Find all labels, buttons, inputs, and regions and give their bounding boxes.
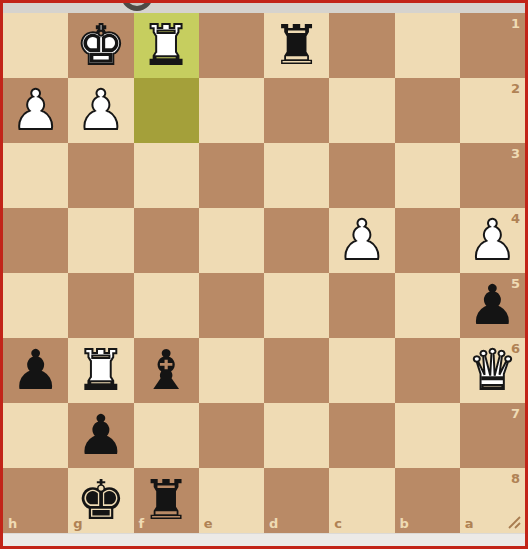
rank-label-3: 3 (511, 147, 520, 160)
file-label-b: b (400, 517, 409, 530)
square-d8[interactable]: d (264, 468, 329, 533)
resize-handle-icon[interactable] (506, 514, 522, 530)
page-top-strip (3, 3, 525, 13)
black-pawn[interactable]: ♟ (11, 343, 60, 398)
square-h5[interactable] (3, 273, 68, 338)
square-e4[interactable] (199, 208, 264, 273)
square-b4[interactable] (395, 208, 460, 273)
square-c4[interactable]: ♟ (329, 208, 394, 273)
square-c5[interactable] (329, 273, 394, 338)
black-bishop[interactable]: ♝ (141, 343, 190, 398)
square-c2[interactable] (329, 78, 394, 143)
black-king[interactable]: ♚ (76, 473, 125, 528)
square-e7[interactable] (199, 403, 264, 468)
square-c1[interactable] (329, 13, 394, 78)
black-rook[interactable]: ♜ (272, 18, 321, 73)
square-h6[interactable]: ♟ (3, 338, 68, 403)
square-a1[interactable]: 1 (460, 13, 525, 78)
square-f5[interactable] (134, 273, 199, 338)
white-rook[interactable]: ♜ (76, 343, 125, 398)
square-h4[interactable] (3, 208, 68, 273)
square-f8[interactable]: ♜f (134, 468, 199, 533)
square-g4[interactable] (68, 208, 133, 273)
rank-label-4: 4 (511, 212, 520, 225)
white-pawn[interactable]: ♟ (11, 83, 60, 138)
square-h2[interactable]: ♟ (3, 78, 68, 143)
file-label-e: e (204, 517, 213, 530)
square-e1[interactable] (199, 13, 264, 78)
square-g3[interactable] (68, 143, 133, 208)
square-b6[interactable] (395, 338, 460, 403)
square-d5[interactable] (264, 273, 329, 338)
rank-label-6: 6 (511, 342, 520, 355)
square-b3[interactable] (395, 143, 460, 208)
square-h1[interactable] (3, 13, 68, 78)
rank-label-8: 8 (511, 472, 520, 485)
square-h3[interactable] (3, 143, 68, 208)
square-g7[interactable]: ♟ (68, 403, 133, 468)
square-e2[interactable] (199, 78, 264, 143)
square-a6[interactable]: ♛6 (460, 338, 525, 403)
square-c3[interactable] (329, 143, 394, 208)
square-b7[interactable] (395, 403, 460, 468)
square-a4[interactable]: ♟4 (460, 208, 525, 273)
square-a7[interactable]: 7 (460, 403, 525, 468)
square-h7[interactable] (3, 403, 68, 468)
square-f1[interactable]: ♜ (134, 13, 199, 78)
square-g8[interactable]: ♚g (68, 468, 133, 533)
square-h8[interactable]: h (3, 468, 68, 533)
square-b8[interactable]: b (395, 468, 460, 533)
file-label-c: c (334, 517, 342, 530)
square-e3[interactable] (199, 143, 264, 208)
square-c6[interactable] (329, 338, 394, 403)
square-d1[interactable]: ♜ (264, 13, 329, 78)
square-f4[interactable] (134, 208, 199, 273)
black-pawn[interactable]: ♟ (468, 278, 517, 333)
white-pawn[interactable]: ♟ (337, 213, 386, 268)
white-pawn[interactable]: ♟ (468, 213, 517, 268)
white-queen[interactable]: ♛ (468, 343, 517, 398)
file-label-g: g (73, 517, 82, 530)
file-label-a: a (465, 517, 474, 530)
square-a5[interactable]: ♟5 (460, 273, 525, 338)
square-g5[interactable] (68, 273, 133, 338)
square-e6[interactable] (199, 338, 264, 403)
square-d6[interactable] (264, 338, 329, 403)
rank-label-2: 2 (511, 82, 520, 95)
white-pawn[interactable]: ♟ (76, 83, 125, 138)
black-rook[interactable]: ♜ (141, 473, 190, 528)
square-b2[interactable] (395, 78, 460, 143)
annotation-rectangle: ♚♜♜1♟♟23♟♟4♟5♟♜♝♛6♟7h♚g♜fedcb8a (0, 0, 528, 549)
square-e5[interactable] (199, 273, 264, 338)
square-b1[interactable] (395, 13, 460, 78)
square-a3[interactable]: 3 (460, 143, 525, 208)
white-king[interactable]: ♚ (76, 18, 125, 73)
square-d7[interactable] (264, 403, 329, 468)
square-d4[interactable] (264, 208, 329, 273)
chess-board[interactable]: ♚♜♜1♟♟23♟♟4♟5♟♜♝♛6♟7h♚g♜fedcb8a (3, 13, 525, 533)
file-label-f: f (139, 517, 145, 530)
rank-label-1: 1 (511, 17, 520, 30)
square-a2[interactable]: 2 (460, 78, 525, 143)
square-f6[interactable]: ♝ (134, 338, 199, 403)
square-d3[interactable] (264, 143, 329, 208)
square-f3[interactable] (134, 143, 199, 208)
rank-label-5: 5 (511, 277, 520, 290)
square-g1[interactable]: ♚ (68, 13, 133, 78)
white-rook[interactable]: ♜ (141, 18, 190, 73)
rank-label-7: 7 (511, 407, 520, 420)
square-f2[interactable] (134, 78, 199, 143)
file-label-d: d (269, 517, 278, 530)
square-e8[interactable]: e (199, 468, 264, 533)
square-g6[interactable]: ♜ (68, 338, 133, 403)
black-pawn[interactable]: ♟ (76, 408, 125, 463)
file-label-h: h (8, 517, 17, 530)
square-g2[interactable]: ♟ (68, 78, 133, 143)
square-c8[interactable]: c (329, 468, 394, 533)
square-d2[interactable] (264, 78, 329, 143)
cropped-glyph-icon (121, 3, 153, 11)
square-c7[interactable] (329, 403, 394, 468)
square-b5[interactable] (395, 273, 460, 338)
page-bottom-strip (3, 533, 525, 546)
square-f7[interactable] (134, 403, 199, 468)
